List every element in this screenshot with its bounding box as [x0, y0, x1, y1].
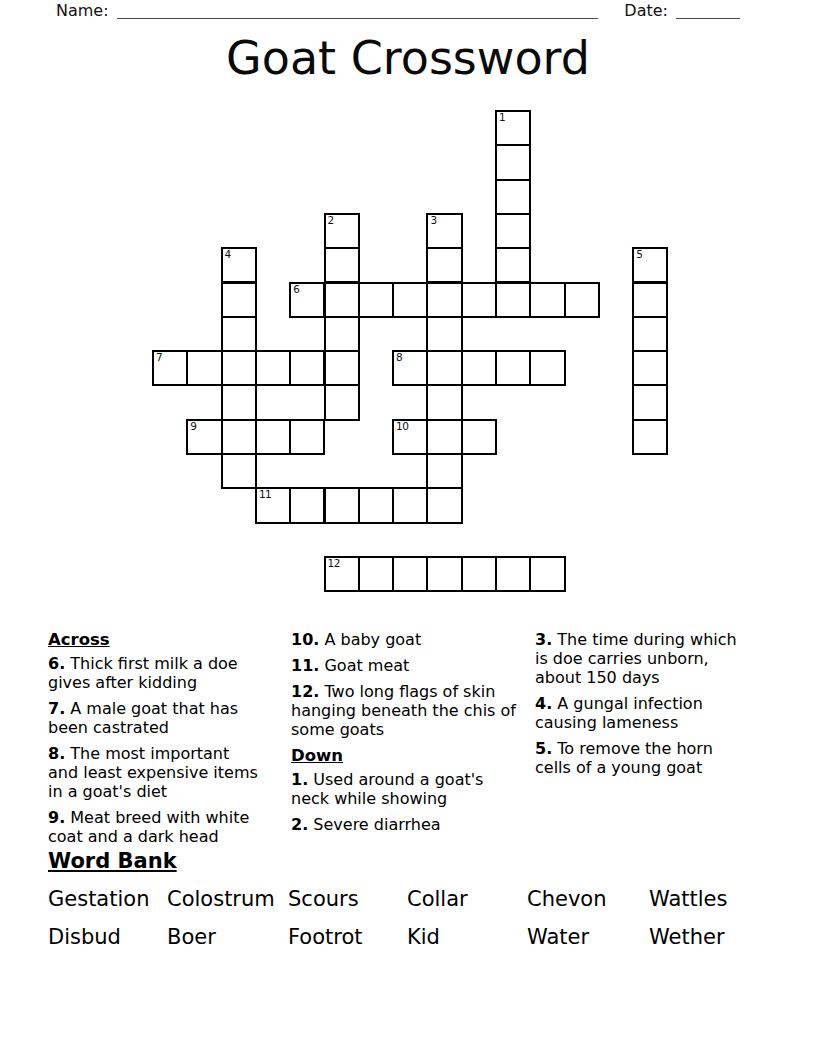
- grid-cell[interactable]: [324, 350, 360, 386]
- clue-number-label: 7: [156, 351, 162, 363]
- clue-number-label: 6: [293, 283, 299, 295]
- clue-across-10: 10. A baby goat: [291, 630, 549, 649]
- across-heading: Across: [48, 630, 298, 649]
- grid-cell[interactable]: [392, 556, 428, 592]
- grid-cell[interactable]: [392, 282, 428, 318]
- clue-number: 1.: [291, 770, 308, 789]
- clue-text: Goat meat: [324, 656, 409, 675]
- clue-number-label: 9: [190, 420, 196, 432]
- grid-cell[interactable]: [289, 350, 325, 386]
- word-bank-item: Water: [527, 925, 649, 950]
- clue-text: A gungal infection causing lameness: [535, 694, 703, 732]
- clue-number: 10.: [291, 630, 319, 649]
- grid-cell[interactable]: [495, 213, 531, 249]
- clue-across-6: 6. Thick first milk a doe gives after ki…: [48, 654, 298, 692]
- grid-cell[interactable]: [426, 487, 462, 523]
- clue-number: 9.: [48, 808, 65, 827]
- grid-cell[interactable]: 3: [426, 213, 462, 249]
- clue-text: A male goat that has been castrated: [48, 699, 238, 737]
- grid-cell[interactable]: [495, 556, 531, 592]
- clue-text: To remove the horn cells of a young goat: [535, 739, 713, 777]
- word-bank-item: Collar: [407, 887, 527, 912]
- clue-number: 7.: [48, 699, 65, 718]
- clue-number-label: 8: [396, 351, 402, 363]
- grid-cell[interactable]: 8: [392, 350, 428, 386]
- worksheet-page: Name: Date: Goat Crossword 1234567891011…: [0, 0, 816, 1056]
- clue-number-label: 3: [430, 214, 436, 226]
- word-bank-item: Gestation: [48, 887, 167, 912]
- name-label: Name:: [56, 1, 109, 21]
- grid-cell[interactable]: [289, 487, 325, 523]
- grid-cell[interactable]: [426, 419, 462, 455]
- grid-cell[interactable]: [529, 556, 565, 592]
- date-label: Date:: [624, 1, 668, 21]
- grid-cell[interactable]: 9: [186, 419, 222, 455]
- clue-down-3: 3. The time during which is doe carries …: [535, 630, 763, 687]
- clues-column-3: 3. The time during which is doe carries …: [535, 630, 763, 784]
- grid-cell[interactable]: [495, 282, 531, 318]
- clue-number: 2.: [291, 815, 308, 834]
- grid-cell[interactable]: [529, 350, 565, 386]
- grid-cell[interactable]: [255, 419, 291, 455]
- grid-cell[interactable]: [461, 282, 497, 318]
- grid-cell[interactable]: [221, 384, 257, 420]
- clue-number: 11.: [291, 656, 319, 675]
- clue-number-label: 12: [328, 557, 340, 569]
- grid-cell[interactable]: [426, 453, 462, 489]
- grid-cell[interactable]: [221, 419, 257, 455]
- clue-text: Two long flags of skin hanging beneath t…: [291, 682, 516, 739]
- clue-number: 12.: [291, 682, 319, 701]
- clue-number-label: 2: [328, 214, 334, 226]
- clue-across-9: 9. Meat breed with white coat and a dark…: [48, 808, 298, 846]
- word-bank-item: Footrot: [288, 925, 407, 950]
- grid-cell[interactable]: [632, 350, 668, 386]
- clue-across-11: 11. Goat meat: [291, 656, 549, 675]
- grid-cell[interactable]: [324, 487, 360, 523]
- clue-number-label: 10: [396, 420, 408, 432]
- grid-cell[interactable]: [221, 453, 257, 489]
- grid-cell[interactable]: 4: [221, 247, 257, 283]
- header: Name: Date:: [56, 1, 740, 21]
- word-bank-item: Kid: [407, 925, 527, 950]
- clue-text: Thick first milk a doe gives after kiddi…: [48, 654, 238, 692]
- grid-cell[interactable]: [564, 282, 600, 318]
- grid-cell[interactable]: [632, 316, 668, 352]
- grid-cell[interactable]: [324, 247, 360, 283]
- grid-cell[interactable]: [186, 350, 222, 386]
- grid-cell[interactable]: [495, 144, 531, 180]
- word-bank-item: Wattles: [649, 887, 749, 912]
- grid-cell[interactable]: [426, 384, 462, 420]
- clue-number-label: 4: [225, 248, 231, 260]
- grid-cell[interactable]: [324, 384, 360, 420]
- grid-cell[interactable]: [426, 247, 462, 283]
- grid-cell[interactable]: 2: [324, 213, 360, 249]
- clues-column-1: Across 6. Thick first milk a doe gives a…: [48, 630, 298, 853]
- clue-number: 3.: [535, 630, 552, 649]
- clue-text: The time during which is doe carries unb…: [535, 630, 737, 687]
- clue-number: 5.: [535, 739, 552, 758]
- grid-cell[interactable]: [461, 556, 497, 592]
- grid-cell[interactable]: 10: [392, 419, 428, 455]
- grid-cell[interactable]: 6: [289, 282, 325, 318]
- clue-text: Used around a goat's neck while showing: [291, 770, 483, 808]
- clue-across-8: 8. The most important and least expensiv…: [48, 744, 298, 801]
- word-bank-item: Chevon: [527, 887, 649, 912]
- grid-cell[interactable]: [632, 282, 668, 318]
- crossword-grid: 123456789101112: [152, 110, 672, 596]
- word-bank-item: Disbud: [48, 925, 167, 950]
- clue-text: A baby goat: [324, 630, 421, 649]
- clue-number: 8.: [48, 744, 65, 763]
- grid-cell[interactable]: [632, 419, 668, 455]
- word-bank-item: Colostrum: [167, 887, 288, 912]
- word-bank-item: Wether: [649, 925, 749, 950]
- word-bank-item: Scours: [288, 887, 407, 912]
- grid-cell[interactable]: [289, 419, 325, 455]
- clue-number-label: 11: [259, 488, 271, 500]
- clue-down-5: 5. To remove the horn cells of a young g…: [535, 739, 763, 777]
- clue-down-4: 4. A gungal infection causing lameness: [535, 694, 763, 732]
- word-bank-heading: Word Bank: [48, 849, 749, 874]
- grid-cell[interactable]: [461, 419, 497, 455]
- word-bank-grid: Gestation Colostrum Scours Collar Chevon…: [48, 887, 749, 950]
- grid-cell[interactable]: [324, 282, 360, 318]
- clue-down-1: 1. Used around a goat's neck while showi…: [291, 770, 549, 808]
- clue-number: 6.: [48, 654, 65, 673]
- grid-cell[interactable]: [358, 282, 394, 318]
- page-title: Goat Crossword: [0, 28, 816, 88]
- grid-cell[interactable]: [221, 282, 257, 318]
- name-input-line[interactable]: [117, 2, 599, 19]
- clue-number: 4.: [535, 694, 552, 713]
- word-bank-item: Boer: [167, 925, 288, 950]
- grid-cell[interactable]: [495, 179, 531, 215]
- grid-cell[interactable]: [324, 316, 360, 352]
- grid-cell[interactable]: [426, 316, 462, 352]
- grid-cell[interactable]: [255, 350, 291, 386]
- grid-cell[interactable]: [426, 350, 462, 386]
- clue-number-label: 1: [499, 111, 505, 123]
- word-bank: Word Bank Gestation Colostrum Scours Col…: [48, 849, 749, 950]
- clue-down-2: 2. Severe diarrhea: [291, 815, 549, 834]
- clue-across-12: 12. Two long flags of skin hanging benea…: [291, 682, 549, 739]
- grid-cell[interactable]: [495, 350, 531, 386]
- clue-text: Meat breed with white coat and a dark he…: [48, 808, 249, 846]
- date-input-line[interactable]: [676, 2, 740, 19]
- grid-cell[interactable]: [392, 487, 428, 523]
- grid-cell[interactable]: 5: [632, 247, 668, 283]
- grid-cell[interactable]: [221, 350, 257, 386]
- down-heading: Down: [291, 746, 549, 765]
- grid-cell[interactable]: [461, 350, 497, 386]
- grid-cell[interactable]: 11: [255, 487, 291, 523]
- grid-cell[interactable]: [358, 487, 394, 523]
- grid-cell[interactable]: [529, 282, 565, 318]
- grid-cell[interactable]: [632, 384, 668, 420]
- grid-cell[interactable]: 1: [495, 110, 531, 146]
- clue-number-label: 5: [636, 248, 642, 260]
- grid-cell[interactable]: [426, 556, 462, 592]
- grid-cell[interactable]: [426, 282, 462, 318]
- clue-across-7: 7. A male goat that has been castrated: [48, 699, 298, 737]
- grid-cell[interactable]: [495, 247, 531, 283]
- clue-text: Severe diarrhea: [313, 815, 440, 834]
- clues-column-2: 10. A baby goat 11. Goat meat 12. Two lo…: [291, 630, 549, 841]
- grid-cell[interactable]: [221, 316, 257, 352]
- clue-text: The most important and least expensive i…: [48, 744, 258, 801]
- grid-cell[interactable]: [358, 556, 394, 592]
- grid-cell[interactable]: 7: [152, 350, 188, 386]
- grid-cell[interactable]: 12: [324, 556, 360, 592]
